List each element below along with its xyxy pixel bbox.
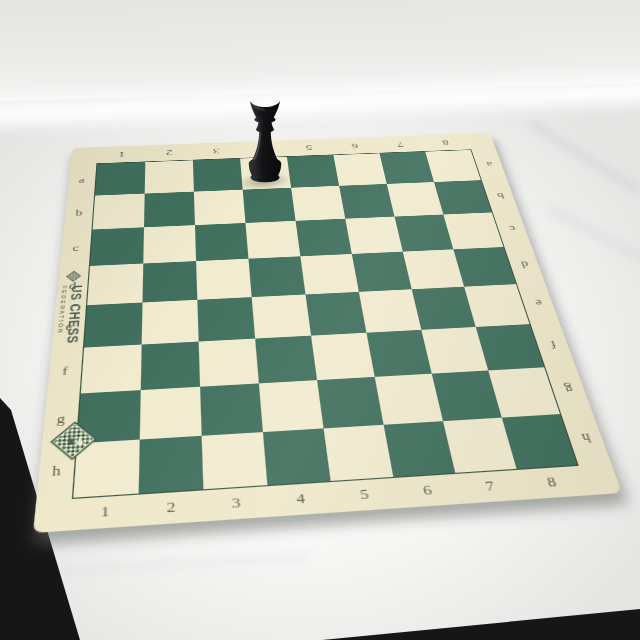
rank-label-bottom-3: 3 xyxy=(231,494,241,513)
file-label-left-b: b xyxy=(75,207,83,218)
file-label-left-c: c xyxy=(72,242,80,254)
rank-label-bottom-7: 7 xyxy=(483,477,496,495)
file-label-left-e: e xyxy=(65,320,73,334)
black-queen xyxy=(243,100,287,184)
square-b2 xyxy=(144,192,195,228)
rank-label-top-7: 7 xyxy=(396,140,405,149)
file-label-left-g: g xyxy=(56,411,66,428)
square-f1 xyxy=(81,345,142,394)
rank-label-bottom-1: 1 xyxy=(100,502,110,521)
square-f3 xyxy=(199,339,259,387)
square-f6 xyxy=(366,330,431,377)
rank-label-top-2: 2 xyxy=(166,148,173,158)
photo-background: US CHESS FEDERATION ♞ ♟ xyxy=(0,0,640,640)
square-g5 xyxy=(317,377,384,429)
square-c8 xyxy=(443,212,503,249)
rank-label-top-3: 3 xyxy=(213,146,220,156)
chess-board-grid xyxy=(73,150,577,498)
square-f4 xyxy=(255,336,317,384)
rank-label-bottom-5: 5 xyxy=(359,485,371,504)
square-b5 xyxy=(291,186,345,221)
square-e6 xyxy=(359,289,421,332)
file-label-right-c: c xyxy=(507,223,517,234)
square-b8 xyxy=(434,180,492,214)
file-label-left-d: d xyxy=(68,280,77,293)
square-a2 xyxy=(145,160,194,193)
us-chess-diamond-logo: ♞ ♟ xyxy=(39,413,106,469)
square-g4 xyxy=(259,380,324,432)
file-label-left-h: h xyxy=(51,462,62,480)
square-h4 xyxy=(263,428,331,485)
square-c2 xyxy=(143,225,196,263)
square-e4 xyxy=(252,294,311,338)
chess-mat: US CHESS FEDERATION ♞ ♟ xyxy=(33,133,622,533)
square-e8 xyxy=(464,284,529,327)
rank-label-top-5: 5 xyxy=(305,143,313,153)
file-label-right-a: a xyxy=(484,159,493,169)
file-label-left-f: f xyxy=(62,364,69,379)
square-e5 xyxy=(306,292,367,336)
square-g3 xyxy=(200,383,263,435)
rank-label-bottom-8: 8 xyxy=(545,473,559,491)
square-f2 xyxy=(141,342,200,391)
file-label-right-b: b xyxy=(495,190,505,201)
rank-label-bottom-6: 6 xyxy=(421,481,434,499)
square-d1 xyxy=(87,264,143,306)
rank-label-top-1: 1 xyxy=(118,150,125,160)
square-c3 xyxy=(195,223,249,261)
square-g2 xyxy=(140,387,202,440)
square-b3 xyxy=(194,190,246,225)
square-d8 xyxy=(453,247,516,287)
square-b6 xyxy=(339,184,394,219)
square-a1 xyxy=(95,162,145,195)
file-label-right-f: f xyxy=(548,337,558,351)
square-h2 xyxy=(139,436,204,494)
cloth-wrinkle xyxy=(544,203,640,270)
square-f5 xyxy=(311,333,375,380)
square-d4 xyxy=(248,256,305,297)
square-c6 xyxy=(345,217,403,254)
square-e3 xyxy=(197,297,255,341)
square-b1 xyxy=(93,194,145,230)
square-e2 xyxy=(142,300,199,345)
rank-label-bottom-2: 2 xyxy=(167,498,176,517)
square-h3 xyxy=(202,432,268,489)
square-f8 xyxy=(476,324,544,370)
square-b4 xyxy=(243,188,296,223)
square-a5 xyxy=(287,155,339,188)
square-c1 xyxy=(90,227,144,266)
square-d5 xyxy=(300,254,358,295)
square-d3 xyxy=(196,259,252,300)
cloth-wrinkle xyxy=(526,117,640,198)
pawn-silhouette-icon: ♟ xyxy=(74,436,85,447)
square-g8 xyxy=(488,367,560,417)
file-label-right-e: e xyxy=(532,296,543,309)
rank-label-top-6: 6 xyxy=(351,141,359,151)
square-d6 xyxy=(352,252,412,292)
square-c4 xyxy=(245,221,300,259)
rank-label-top-8: 8 xyxy=(441,138,450,147)
square-e1 xyxy=(84,302,142,347)
square-c5 xyxy=(296,219,352,257)
file-label-left-a: a xyxy=(78,175,85,185)
file-label-right-h: h xyxy=(579,430,593,447)
file-label-right-g: g xyxy=(562,382,575,397)
square-d2 xyxy=(142,261,197,302)
square-a8 xyxy=(425,150,481,182)
file-label-right-d: d xyxy=(519,258,530,270)
square-h5 xyxy=(324,425,394,481)
rank-label-bottom-4: 4 xyxy=(295,489,306,508)
square-a6 xyxy=(333,153,386,185)
